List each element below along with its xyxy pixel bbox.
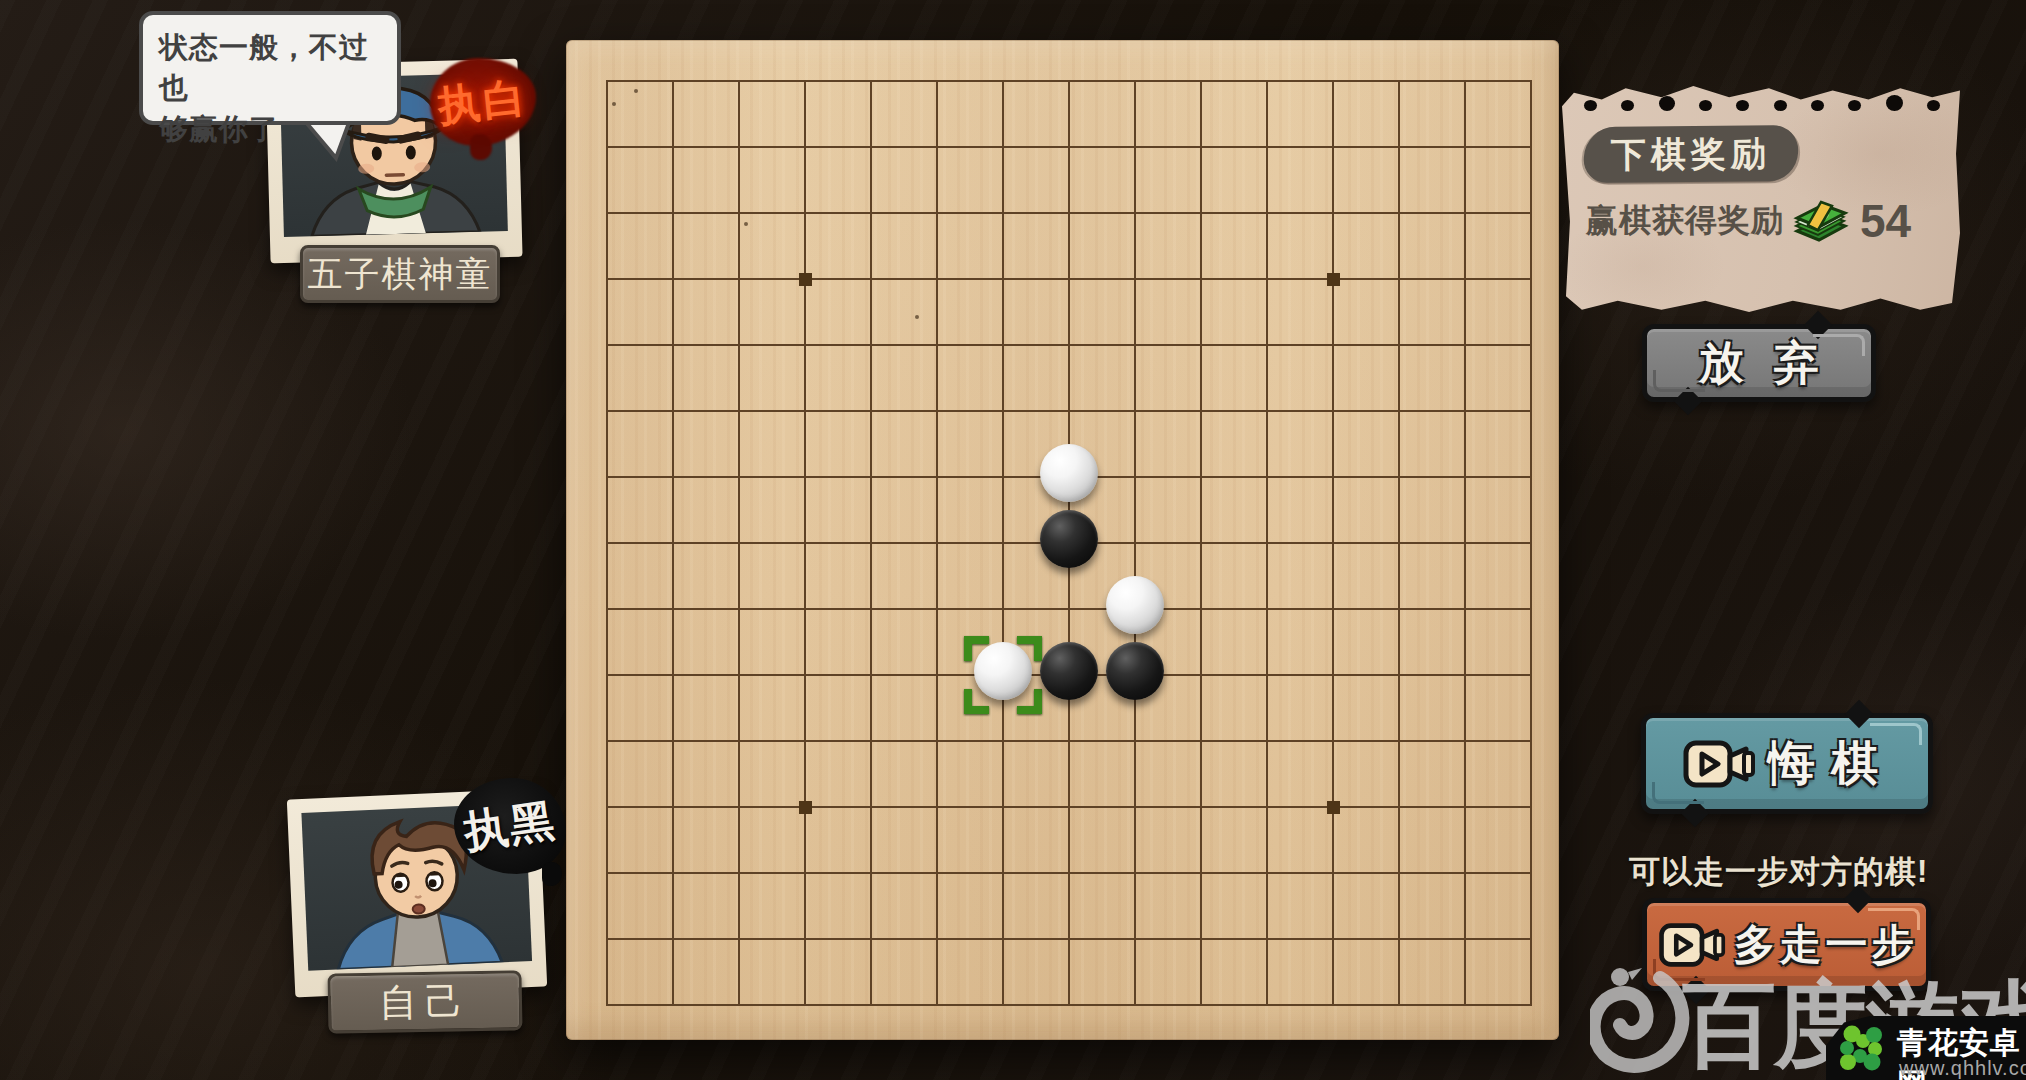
player-side-badge-label: 执黑 bbox=[460, 790, 559, 861]
board-speck bbox=[612, 102, 616, 106]
extra-move-hint: 可以走一步对方的棋! bbox=[1629, 851, 2026, 893]
board-speck bbox=[634, 89, 638, 93]
give-up-button[interactable]: 放弃 bbox=[1642, 324, 1876, 402]
opponent-nameplate: 五子棋神童 bbox=[300, 245, 500, 303]
player-side-badge: 执黑 bbox=[448, 772, 572, 880]
reward-amount: 54 bbox=[1860, 194, 1911, 248]
gomoku-board bbox=[566, 40, 1559, 1040]
board-speck bbox=[744, 222, 748, 226]
board-grid[interactable] bbox=[606, 80, 1532, 1006]
reward-panel: 下棋奖励 赢棋获得奖励 54 bbox=[1562, 86, 1960, 312]
speech-bubble: 状态一般，不过也 够赢你了 bbox=[139, 11, 401, 125]
player-name: 自己 bbox=[379, 976, 472, 1029]
stone-black[interactable] bbox=[1106, 642, 1164, 700]
opponent-side-badge: 执白 bbox=[424, 52, 542, 152]
speech-line-2: 够赢你了 bbox=[159, 109, 381, 150]
site-logo-icon bbox=[1830, 1018, 1892, 1080]
site-name: 青花安卓网 bbox=[1897, 1023, 2026, 1080]
reward-title-banner: 下棋奖励 bbox=[1583, 125, 1800, 183]
stone-black[interactable] bbox=[1040, 642, 1098, 700]
star-point bbox=[1327, 801, 1340, 814]
reward-desc: 赢棋获得奖励 bbox=[1586, 199, 1784, 243]
board-speck bbox=[915, 315, 919, 319]
star-point bbox=[799, 273, 812, 286]
undo-move-button[interactable]: 悔棋 bbox=[1641, 713, 1933, 814]
stone-white[interactable] bbox=[1040, 444, 1098, 502]
star-point bbox=[1327, 273, 1340, 286]
site-watermark-band: 青花安卓网 www.qhhlv.com bbox=[1826, 1016, 2026, 1080]
money-stack-icon bbox=[1788, 193, 1850, 249]
site-url: www.qhhlv.com bbox=[1899, 1057, 2026, 1080]
player-nameplate: 自己 bbox=[327, 970, 522, 1033]
game-screen: 状态一般，不过也 够赢你了 bbox=[0, 0, 2026, 1080]
speech-line-1: 状态一般，不过也 bbox=[159, 27, 381, 109]
extra-move-button[interactable]: 多走一步 bbox=[1642, 898, 1931, 991]
stone-black[interactable] bbox=[1040, 510, 1098, 568]
reward-title: 下棋奖励 bbox=[1611, 130, 1771, 178]
stone-white[interactable] bbox=[1106, 576, 1164, 634]
stone-white[interactable] bbox=[974, 642, 1032, 700]
torn-holes-decoration bbox=[1584, 100, 1940, 111]
opponent-side-badge-label: 执白 bbox=[435, 69, 530, 134]
star-point bbox=[799, 801, 812, 814]
opponent-name: 五子棋神童 bbox=[308, 251, 493, 298]
